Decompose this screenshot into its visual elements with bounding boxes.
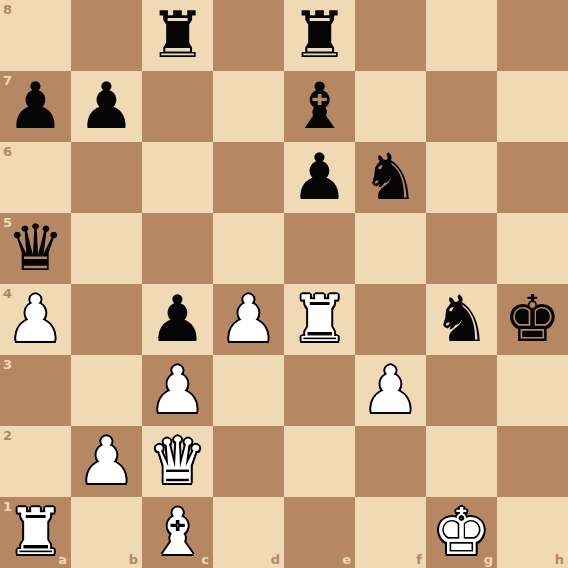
piece-black-pawn[interactable]: ♟: [78, 71, 135, 142]
square-c7[interactable]: [142, 71, 213, 142]
piece-black-pawn[interactable]: ♟: [291, 142, 348, 213]
rank-label-6: 6: [3, 145, 12, 158]
square-g8[interactable]: [426, 0, 497, 71]
square-a8[interactable]: 8: [0, 0, 71, 71]
square-g4[interactable]: ♞: [426, 284, 497, 355]
square-g6[interactable]: [426, 142, 497, 213]
square-f7[interactable]: [355, 71, 426, 142]
file-label-b: b: [129, 553, 138, 566]
square-h3[interactable]: [497, 355, 568, 426]
square-c2[interactable]: ♛: [142, 426, 213, 497]
square-a2[interactable]: 2: [0, 426, 71, 497]
square-c8[interactable]: ♜: [142, 0, 213, 71]
piece-black-rook[interactable]: ♜: [149, 0, 206, 71]
piece-black-knight[interactable]: ♞: [362, 142, 419, 213]
square-h5[interactable]: [497, 213, 568, 284]
square-b1[interactable]: b: [71, 497, 142, 568]
square-g1[interactable]: g♚: [426, 497, 497, 568]
square-a6[interactable]: 6: [0, 142, 71, 213]
square-h7[interactable]: [497, 71, 568, 142]
square-a4[interactable]: 4♟: [0, 284, 71, 355]
file-label-f: f: [416, 553, 422, 566]
square-d8[interactable]: [213, 0, 284, 71]
square-b3[interactable]: [71, 355, 142, 426]
square-e3[interactable]: [284, 355, 355, 426]
square-g7[interactable]: [426, 71, 497, 142]
square-e6[interactable]: ♟: [284, 142, 355, 213]
rank-label-2: 2: [3, 429, 12, 442]
piece-white-pawn[interactable]: ♟: [78, 426, 135, 497]
square-a1[interactable]: 1a♜: [0, 497, 71, 568]
square-b7[interactable]: ♟: [71, 71, 142, 142]
square-f5[interactable]: [355, 213, 426, 284]
rank-label-8: 8: [3, 3, 12, 16]
square-c4[interactable]: ♟: [142, 284, 213, 355]
piece-white-bishop[interactable]: ♝: [149, 497, 206, 568]
square-e7[interactable]: ♝: [284, 71, 355, 142]
square-d1[interactable]: d: [213, 497, 284, 568]
file-label-e: e: [342, 553, 351, 566]
square-d5[interactable]: [213, 213, 284, 284]
square-a7[interactable]: 7♟: [0, 71, 71, 142]
piece-white-king[interactable]: ♚: [433, 497, 490, 568]
square-g2[interactable]: [426, 426, 497, 497]
square-b2[interactable]: ♟: [71, 426, 142, 497]
square-f2[interactable]: [355, 426, 426, 497]
square-d3[interactable]: [213, 355, 284, 426]
square-g5[interactable]: [426, 213, 497, 284]
square-e2[interactable]: [284, 426, 355, 497]
square-h1[interactable]: h: [497, 497, 568, 568]
square-f6[interactable]: ♞: [355, 142, 426, 213]
piece-white-pawn[interactable]: ♟: [362, 355, 419, 426]
chess-board: 8♜♜7♟♟♝6♟♞5♛4♟♟♟♜♞♚3♟♟2♟♛1a♜bc♝defg♚h: [0, 0, 568, 568]
piece-white-queen[interactable]: ♛: [149, 426, 206, 497]
square-a5[interactable]: 5♛: [0, 213, 71, 284]
piece-black-bishop[interactable]: ♝: [291, 71, 348, 142]
piece-black-pawn[interactable]: ♟: [149, 284, 206, 355]
square-c1[interactable]: c♝: [142, 497, 213, 568]
square-e4[interactable]: ♜: [284, 284, 355, 355]
square-d4[interactable]: ♟: [213, 284, 284, 355]
piece-black-queen[interactable]: ♛: [7, 213, 64, 284]
square-g3[interactable]: [426, 355, 497, 426]
piece-white-pawn[interactable]: ♟: [149, 355, 206, 426]
square-f1[interactable]: f: [355, 497, 426, 568]
square-d6[interactable]: [213, 142, 284, 213]
piece-black-king[interactable]: ♚: [504, 284, 561, 355]
square-b5[interactable]: [71, 213, 142, 284]
square-d7[interactable]: [213, 71, 284, 142]
rank-label-3: 3: [3, 358, 12, 371]
square-e8[interactable]: ♜: [284, 0, 355, 71]
square-h8[interactable]: [497, 0, 568, 71]
file-label-d: d: [271, 553, 280, 566]
piece-black-pawn[interactable]: ♟: [7, 71, 64, 142]
file-label-h: h: [555, 553, 564, 566]
square-e5[interactable]: [284, 213, 355, 284]
square-b6[interactable]: [71, 142, 142, 213]
square-f3[interactable]: ♟: [355, 355, 426, 426]
square-c5[interactable]: [142, 213, 213, 284]
square-c6[interactable]: [142, 142, 213, 213]
square-a3[interactable]: 3: [0, 355, 71, 426]
square-f8[interactable]: [355, 0, 426, 71]
piece-black-knight[interactable]: ♞: [433, 284, 490, 355]
piece-white-rook[interactable]: ♜: [7, 497, 64, 568]
piece-white-rook[interactable]: ♜: [291, 284, 348, 355]
square-d2[interactable]: [213, 426, 284, 497]
piece-white-pawn[interactable]: ♟: [7, 284, 64, 355]
piece-white-pawn[interactable]: ♟: [220, 284, 277, 355]
square-e1[interactable]: e: [284, 497, 355, 568]
square-b4[interactable]: [71, 284, 142, 355]
square-f4[interactable]: [355, 284, 426, 355]
square-b8[interactable]: [71, 0, 142, 71]
square-h2[interactable]: [497, 426, 568, 497]
square-h4[interactable]: ♚: [497, 284, 568, 355]
square-h6[interactable]: [497, 142, 568, 213]
square-c3[interactable]: ♟: [142, 355, 213, 426]
piece-black-rook[interactable]: ♜: [291, 0, 348, 71]
